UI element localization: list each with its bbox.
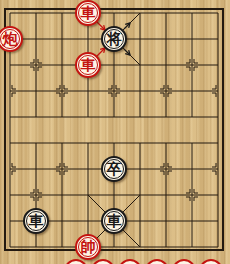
piece-black-chariot-1[interactable]: 車 bbox=[23, 208, 49, 234]
piece-red-general[interactable]: 帥 bbox=[75, 234, 101, 260]
piece-red-chariot-2[interactable]: 車 bbox=[75, 52, 101, 78]
xiangqi-board[interactable]: 車炮将車卒車車帥 bbox=[0, 0, 230, 264]
piece-black-chariot-2[interactable]: 車 bbox=[101, 208, 127, 234]
piece-black-general[interactable]: 将 bbox=[101, 26, 127, 52]
piece-black-soldier[interactable]: 卒 bbox=[101, 156, 127, 182]
piece-red-chariot-1[interactable]: 車 bbox=[75, 0, 101, 26]
